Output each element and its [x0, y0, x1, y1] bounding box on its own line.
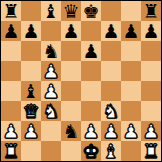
white-bishop: ♝: [101, 141, 121, 161]
square-e1[interactable]: ♚: [81, 141, 101, 161]
black-pawn: ♟: [1, 21, 21, 41]
white-pawn: ♟: [141, 121, 161, 141]
square-f8[interactable]: [101, 1, 121, 21]
square-e6[interactable]: ♟: [81, 41, 101, 61]
square-b5[interactable]: [21, 61, 41, 81]
white-pawn: ♟: [41, 61, 61, 81]
square-b4[interactable]: ♝: [21, 81, 41, 101]
square-h2[interactable]: ♟: [141, 121, 161, 141]
square-h8[interactable]: ♜: [141, 1, 161, 21]
square-f4[interactable]: [101, 81, 121, 101]
square-f5[interactable]: [101, 61, 121, 81]
white-rook: ♜: [141, 141, 161, 161]
white-queen: ♛: [21, 101, 41, 121]
square-b7[interactable]: ♟: [21, 21, 41, 41]
square-e4[interactable]: [81, 81, 101, 101]
white-king: ♚: [81, 141, 101, 161]
square-g5[interactable]: [121, 61, 141, 81]
square-e2[interactable]: ♟: [81, 121, 101, 141]
square-c4[interactable]: ♟: [41, 81, 61, 101]
square-a2[interactable]: ♟: [1, 121, 21, 141]
black-rook: ♜: [1, 1, 21, 21]
square-f1[interactable]: ♝: [101, 141, 121, 161]
square-a8[interactable]: ♜: [1, 1, 21, 21]
square-g6[interactable]: [121, 41, 141, 61]
square-f6[interactable]: [101, 41, 121, 61]
black-bishop: ♝: [41, 1, 61, 21]
black-pawn: ♟: [101, 21, 121, 41]
white-pawn: ♟: [81, 121, 101, 141]
black-pawn: ♟: [81, 41, 101, 61]
square-b6[interactable]: [21, 41, 41, 61]
square-d3[interactable]: [61, 101, 81, 121]
square-h7[interactable]: ♟: [141, 21, 161, 41]
square-c5[interactable]: ♟: [41, 61, 61, 81]
black-pawn: ♟: [61, 21, 81, 41]
white-pawn: ♟: [21, 121, 41, 141]
square-f7[interactable]: ♟: [101, 21, 121, 41]
square-d5[interactable]: [61, 61, 81, 81]
square-c8[interactable]: ♝: [41, 1, 61, 21]
square-b8[interactable]: [21, 1, 41, 21]
square-h3[interactable]: [141, 101, 161, 121]
black-queen: ♛: [61, 1, 81, 21]
square-h6[interactable]: [141, 41, 161, 61]
white-pawn: ♟: [121, 121, 141, 141]
square-a6[interactable]: [1, 41, 21, 61]
square-c3[interactable]: ♞: [41, 101, 61, 121]
square-g3[interactable]: [121, 101, 141, 121]
square-g8[interactable]: [121, 1, 141, 21]
square-d1[interactable]: [61, 141, 81, 161]
square-g4[interactable]: [121, 81, 141, 101]
white-pawn: ♟: [101, 121, 121, 141]
square-h4[interactable]: [141, 81, 161, 101]
square-e7[interactable]: [81, 21, 101, 41]
white-rook: ♜: [1, 141, 21, 161]
black-knight: ♞: [41, 41, 61, 61]
white-knight: ♞: [101, 101, 121, 121]
square-h5[interactable]: [141, 61, 161, 81]
square-d4[interactable]: [61, 81, 81, 101]
square-d8[interactable]: ♛: [61, 1, 81, 21]
square-b1[interactable]: [21, 141, 41, 161]
square-c7[interactable]: [41, 21, 61, 41]
square-d7[interactable]: ♟: [61, 21, 81, 41]
square-b3[interactable]: ♛: [21, 101, 41, 121]
chess-board: ♜♝♛♚♜♟♟♟♟♟♟♞♟♟♝♟♛♞♞♟♟♞♟♟♟♟♜♚♝♜: [0, 0, 162, 162]
white-pawn: ♟: [1, 121, 21, 141]
white-knight: ♞: [41, 101, 61, 121]
square-c2[interactable]: [41, 121, 61, 141]
square-e3[interactable]: [81, 101, 101, 121]
white-pawn: ♟: [41, 81, 61, 101]
square-g2[interactable]: ♟: [121, 121, 141, 141]
square-d6[interactable]: [61, 41, 81, 61]
square-a3[interactable]: [1, 101, 21, 121]
square-a1[interactable]: ♜: [1, 141, 21, 161]
black-rook: ♜: [141, 1, 161, 21]
black-knight: ♞: [61, 121, 81, 141]
square-c1[interactable]: [41, 141, 61, 161]
square-h1[interactable]: ♜: [141, 141, 161, 161]
square-f2[interactable]: ♟: [101, 121, 121, 141]
square-d2[interactable]: ♞: [61, 121, 81, 141]
square-b2[interactable]: ♟: [21, 121, 41, 141]
square-e8[interactable]: ♚: [81, 1, 101, 21]
square-a4[interactable]: [1, 81, 21, 101]
black-pawn: ♟: [121, 21, 141, 41]
square-g7[interactable]: ♟: [121, 21, 141, 41]
square-a7[interactable]: ♟: [1, 21, 21, 41]
black-pawn: ♟: [141, 21, 161, 41]
square-c6[interactable]: ♞: [41, 41, 61, 61]
black-pawn: ♟: [21, 21, 41, 41]
square-a5[interactable]: [1, 61, 21, 81]
square-g1[interactable]: [121, 141, 141, 161]
square-e5[interactable]: [81, 61, 101, 81]
square-f3[interactable]: ♞: [101, 101, 121, 121]
black-king: ♚: [81, 1, 101, 21]
black-bishop: ♝: [21, 81, 41, 101]
